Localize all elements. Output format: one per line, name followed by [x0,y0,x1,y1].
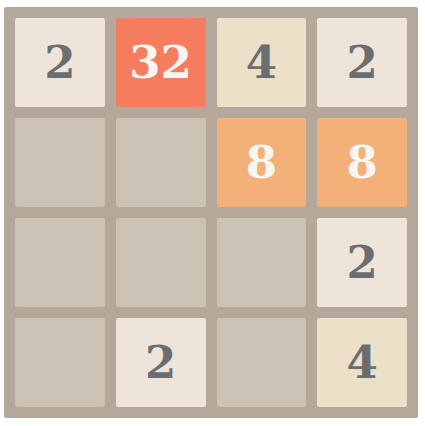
cell-r3c1 [15,218,105,307]
cell-r2c3: 8 [217,118,307,207]
cell-r4c1 [15,318,105,407]
cell-r2c4: 8 [317,118,407,207]
cell-r1c3: 4 [217,18,307,107]
cell-r1c1: 2 [15,18,105,107]
cell-r3c2 [116,218,206,307]
cell-r1c4: 2 [317,18,407,107]
cell-r2c2 [116,118,206,207]
cell-r1c2: 32 [116,18,206,107]
cell-r3c3 [217,218,307,307]
cell-r4c3 [217,318,307,407]
game-board-2048[interactable]: 2 32 4 2 8 8 2 2 4 [4,7,418,418]
cell-r3c4: 2 [317,218,407,307]
cell-r4c2: 2 [116,318,206,407]
cell-r4c4: 4 [317,318,407,407]
cell-r2c1 [15,118,105,207]
